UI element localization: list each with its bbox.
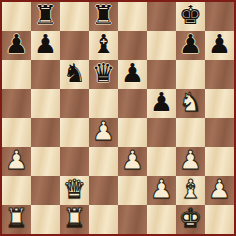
square-e4[interactable] — [118, 118, 147, 147]
square-b8[interactable]: ♜ — [31, 2, 60, 31]
square-d4[interactable]: ♟ — [89, 118, 118, 147]
square-c5[interactable] — [60, 89, 89, 118]
piece-white-rook: ♜ — [5, 204, 28, 233]
piece-black-pawn: ♟ — [208, 30, 231, 59]
square-h2[interactable]: ♟ — [205, 176, 234, 205]
square-g3[interactable]: ♟ — [176, 147, 205, 176]
square-h3[interactable] — [205, 147, 234, 176]
square-f8[interactable] — [147, 2, 176, 31]
square-f3[interactable] — [147, 147, 176, 176]
piece-white-rook: ♜ — [63, 204, 86, 233]
square-c2[interactable]: ♛ — [60, 176, 89, 205]
square-a5[interactable] — [2, 89, 31, 118]
square-e7[interactable] — [118, 31, 147, 60]
square-c1[interactable]: ♜ — [60, 205, 89, 234]
piece-white-bishop: ♝ — [179, 175, 202, 204]
piece-black-rook: ♜ — [34, 1, 57, 30]
square-b3[interactable] — [31, 147, 60, 176]
square-e3[interactable]: ♟ — [118, 147, 147, 176]
square-d1[interactable] — [89, 205, 118, 234]
square-c3[interactable] — [60, 147, 89, 176]
piece-white-knight: ♞ — [179, 88, 202, 117]
square-a2[interactable] — [2, 176, 31, 205]
square-d2[interactable] — [89, 176, 118, 205]
piece-black-pawn: ♟ — [121, 59, 144, 88]
board-frame: ♜♜♚♟♟♝♟♟♞♛♟♟♞♟♟♟♟♛♟♝♟♜♜♚ — [0, 0, 236, 236]
square-g8[interactable]: ♚ — [176, 2, 205, 31]
square-b5[interactable] — [31, 89, 60, 118]
piece-white-king: ♚ — [179, 204, 202, 233]
square-d8[interactable]: ♜ — [89, 2, 118, 31]
square-g7[interactable]: ♟ — [176, 31, 205, 60]
square-f4[interactable] — [147, 118, 176, 147]
square-e8[interactable] — [118, 2, 147, 31]
square-h1[interactable] — [205, 205, 234, 234]
piece-black-pawn: ♟ — [150, 88, 173, 117]
square-b6[interactable] — [31, 60, 60, 89]
square-f6[interactable] — [147, 60, 176, 89]
square-e1[interactable] — [118, 205, 147, 234]
square-h6[interactable] — [205, 60, 234, 89]
piece-black-rook: ♜ — [92, 1, 115, 30]
square-e6[interactable]: ♟ — [118, 60, 147, 89]
square-h7[interactable]: ♟ — [205, 31, 234, 60]
piece-black-king: ♚ — [179, 1, 202, 30]
square-d6[interactable]: ♛ — [89, 60, 118, 89]
square-a4[interactable] — [2, 118, 31, 147]
piece-white-pawn: ♟ — [5, 146, 28, 175]
square-a7[interactable]: ♟ — [2, 31, 31, 60]
square-e5[interactable] — [118, 89, 147, 118]
square-c4[interactable] — [60, 118, 89, 147]
square-f1[interactable] — [147, 205, 176, 234]
square-a6[interactable] — [2, 60, 31, 89]
square-h5[interactable] — [205, 89, 234, 118]
piece-black-knight: ♞ — [63, 59, 86, 88]
square-g2[interactable]: ♝ — [176, 176, 205, 205]
piece-black-pawn: ♟ — [179, 30, 202, 59]
piece-white-pawn: ♟ — [150, 175, 173, 204]
piece-white-queen: ♛ — [63, 175, 86, 204]
square-a1[interactable]: ♜ — [2, 205, 31, 234]
piece-white-pawn: ♟ — [179, 146, 202, 175]
square-b2[interactable] — [31, 176, 60, 205]
piece-black-pawn: ♟ — [5, 30, 28, 59]
piece-white-pawn: ♟ — [208, 175, 231, 204]
square-g6[interactable] — [176, 60, 205, 89]
square-h8[interactable] — [205, 2, 234, 31]
square-d5[interactable] — [89, 89, 118, 118]
square-b7[interactable]: ♟ — [31, 31, 60, 60]
square-d3[interactable] — [89, 147, 118, 176]
piece-black-pawn: ♟ — [34, 30, 57, 59]
square-b1[interactable] — [31, 205, 60, 234]
square-b4[interactable] — [31, 118, 60, 147]
square-a8[interactable] — [2, 2, 31, 31]
piece-black-bishop: ♝ — [92, 30, 115, 59]
piece-white-pawn: ♟ — [121, 146, 144, 175]
square-c6[interactable]: ♞ — [60, 60, 89, 89]
square-d7[interactable]: ♝ — [89, 31, 118, 60]
square-a3[interactable]: ♟ — [2, 147, 31, 176]
square-g1[interactable]: ♚ — [176, 205, 205, 234]
square-f5[interactable]: ♟ — [147, 89, 176, 118]
square-g5[interactable]: ♞ — [176, 89, 205, 118]
square-e2[interactable] — [118, 176, 147, 205]
chess-board: ♜♜♚♟♟♝♟♟♞♛♟♟♞♟♟♟♟♛♟♝♟♜♜♚ — [2, 2, 234, 234]
square-c7[interactable] — [60, 31, 89, 60]
square-c8[interactable] — [60, 2, 89, 31]
square-g4[interactable] — [176, 118, 205, 147]
square-f2[interactable]: ♟ — [147, 176, 176, 205]
piece-white-pawn: ♟ — [92, 117, 115, 146]
square-h4[interactable] — [205, 118, 234, 147]
square-f7[interactable] — [147, 31, 176, 60]
piece-black-queen: ♛ — [92, 59, 115, 88]
